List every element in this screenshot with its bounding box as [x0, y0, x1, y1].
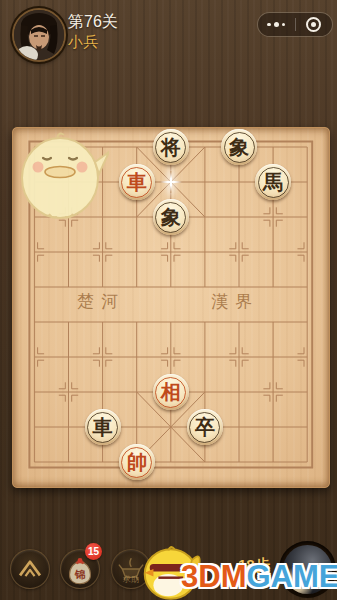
river-label-left: 楚河 [77, 290, 125, 313]
piece-black-車[interactable]: 車 [85, 409, 121, 445]
piece-black-馬[interactable]: 馬 [255, 164, 291, 200]
player-rank: 小兵 [68, 33, 98, 52]
step-counter: 18步 [238, 556, 270, 575]
river-label-right: 漢界 [211, 290, 259, 313]
watermark-3dm: 3DM [181, 559, 246, 594]
avatar-portrait [14, 10, 64, 60]
more-button[interactable] [258, 13, 295, 36]
target-icon [306, 17, 321, 32]
more-icon [267, 22, 285, 27]
piece-red-帥[interactable]: 帥 [119, 444, 155, 480]
watermark-chick-icon [142, 543, 202, 600]
level-title: 第76关 [68, 12, 118, 33]
bag-character: 锦 [74, 569, 86, 580]
collapse-arrow-icon [11, 550, 49, 588]
piece-red-車[interactable]: 車 [119, 164, 155, 200]
help-button[interactable]: 求助 [111, 549, 151, 589]
hint-count-badge: 15 [85, 543, 102, 560]
sphere-button[interactable] [279, 541, 336, 598]
xiangqi-board[interactable]: 楚河 漢界 将象車馬象相車卒帥 [12, 127, 330, 488]
collapse-button[interactable] [10, 549, 50, 589]
piece-black-象[interactable]: 象 [221, 129, 257, 165]
player-avatar[interactable] [12, 8, 66, 62]
piece-red-相[interactable]: 相 [153, 374, 189, 410]
wechat-capsule [257, 12, 333, 37]
dark-sphere-icon [283, 545, 332, 594]
piece-black-象[interactable]: 象 [153, 199, 189, 235]
help-label: 求助 [112, 574, 150, 585]
piece-black-将[interactable]: 将 [153, 129, 189, 165]
piece-black-卒[interactable]: 卒 [187, 409, 223, 445]
game-screen: 第76关 小兵 楚河 漢界 将象車馬象相車卒帥 [0, 0, 337, 600]
close-button[interactable] [296, 13, 333, 36]
